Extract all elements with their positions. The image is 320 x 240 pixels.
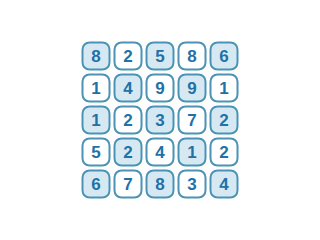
cell-value: 8 [91, 48, 100, 65]
cell-value: 8 [155, 176, 164, 181]
cell-r4c1[interactable]: 5 [82, 138, 111, 167]
cell-value: 2 [123, 48, 132, 65]
cell-r1c2[interactable]: 2 [114, 42, 143, 71]
cell-value: 9 [155, 80, 164, 97]
cell-r5c1[interactable]: 6 [82, 170, 111, 181]
cell-value: 1 [91, 80, 100, 97]
cell-r3c4[interactable]: 7 [178, 106, 181, 135]
cell-r5c3[interactable]: 8 [146, 170, 175, 181]
number-grid-board: 8258614991123725241267834 [82, 42, 181, 181]
cell-r5c4[interactable]: 3 [178, 170, 181, 181]
cell-r2c4[interactable]: 9 [178, 74, 181, 103]
cell-r4c3[interactable]: 4 [146, 138, 175, 167]
cell-r5c2[interactable]: 7 [114, 170, 143, 181]
cell-r2c3[interactable]: 9 [146, 74, 175, 103]
cell-r3c1[interactable]: 1 [82, 106, 111, 135]
cell-value: 2 [123, 112, 132, 129]
cell-r1c1[interactable]: 8 [82, 42, 111, 71]
cell-r1c3[interactable]: 5 [146, 42, 175, 71]
cell-r2c1[interactable]: 1 [82, 74, 111, 103]
cell-r2c2[interactable]: 4 [114, 74, 143, 103]
cell-value: 4 [155, 144, 164, 161]
cell-r4c4[interactable]: 1 [178, 138, 181, 167]
cell-value: 2 [123, 144, 132, 161]
cell-value: 5 [155, 48, 164, 65]
cell-value: 3 [155, 112, 164, 129]
cell-r1c4[interactable]: 8 [178, 42, 181, 71]
cell-value: 1 [91, 112, 100, 129]
cell-r4c2[interactable]: 2 [114, 138, 143, 167]
cell-value: 4 [123, 80, 132, 97]
cell-r3c2[interactable]: 2 [114, 106, 143, 135]
cell-r3c3[interactable]: 3 [146, 106, 175, 135]
cell-value: 7 [123, 176, 132, 181]
cell-value: 6 [91, 176, 100, 181]
cell-value: 5 [91, 144, 100, 161]
